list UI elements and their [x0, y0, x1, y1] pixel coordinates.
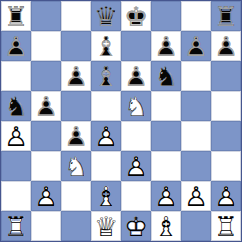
square-c4[interactable]: ♟♙	[61, 121, 91, 151]
square-c2[interactable]	[61, 181, 91, 211]
white-pawn-icon[interactable]: ♟♙	[1, 121, 31, 151]
square-b5[interactable]: ♟♙	[31, 91, 61, 121]
piece-detail: ♗	[91, 181, 121, 211]
square-b2[interactable]: ♟♙	[31, 181, 61, 211]
piece-detail: ♘	[61, 151, 91, 181]
square-a4[interactable]: ♟♙	[1, 121, 31, 151]
white-pawn-icon[interactable]: ♟♙	[181, 181, 211, 211]
square-b6[interactable]	[31, 61, 61, 91]
black-pawn-icon[interactable]: ♟♙	[31, 91, 61, 121]
square-a5[interactable]: ♞♘	[1, 91, 31, 121]
square-d4[interactable]: ♟♙	[91, 121, 121, 151]
piece-detail: ♔	[121, 211, 151, 241]
square-e3[interactable]: ♟♙	[121, 151, 151, 181]
black-pawn-icon[interactable]: ♟♙	[121, 61, 151, 91]
piece-detail: ♙	[151, 31, 181, 61]
square-g3[interactable]	[181, 151, 211, 181]
square-h3[interactable]	[211, 151, 241, 181]
black-bishop-icon[interactable]: ♝♗	[91, 61, 121, 91]
piece-detail: ♙	[31, 91, 61, 121]
piece-detail: ♙	[121, 151, 151, 181]
square-d3[interactable]	[91, 151, 121, 181]
black-bishop-icon[interactable]: ♝♗	[91, 31, 121, 61]
white-queen-icon[interactable]: ♛♕	[91, 211, 121, 241]
piece-detail: ♙	[181, 31, 211, 61]
white-pawn-icon[interactable]: ♟♙	[211, 181, 241, 211]
white-knight-icon[interactable]: ♞♘	[61, 151, 91, 181]
black-knight-icon[interactable]: ♞♘	[1, 91, 31, 121]
square-a6[interactable]	[1, 61, 31, 91]
square-a3[interactable]	[1, 151, 31, 181]
square-a2[interactable]	[1, 181, 31, 211]
black-pawn-icon[interactable]: ♟♙	[181, 31, 211, 61]
square-h4[interactable]	[211, 121, 241, 151]
piece-detail: ♖	[1, 211, 31, 241]
piece-detail: ♖	[211, 211, 241, 241]
square-e6[interactable]: ♟♙	[121, 61, 151, 91]
piece-detail: ♕	[91, 1, 121, 31]
white-pawn-icon[interactable]: ♟♙	[91, 121, 121, 151]
piece-detail: ♔	[121, 1, 151, 31]
piece-detail: ♙	[211, 31, 241, 61]
square-f7[interactable]: ♟♙	[151, 31, 181, 61]
square-d6[interactable]: ♝♗	[91, 61, 121, 91]
white-rook-icon[interactable]: ♜♖	[1, 211, 31, 241]
white-pawn-icon[interactable]: ♟♙	[31, 181, 61, 211]
square-g5[interactable]	[181, 91, 211, 121]
piece-detail: ♗	[91, 61, 121, 91]
piece-detail: ♘	[151, 61, 181, 91]
piece-detail: ♙	[61, 121, 91, 151]
square-g8[interactable]	[181, 1, 211, 31]
square-b8[interactable]	[31, 1, 61, 31]
square-e1[interactable]: ♚♔	[121, 211, 151, 241]
square-e2[interactable]	[121, 181, 151, 211]
square-b7[interactable]	[31, 31, 61, 61]
square-a7[interactable]: ♟♙	[1, 31, 31, 61]
white-pawn-icon[interactable]: ♟♙	[151, 181, 181, 211]
square-b3[interactable]	[31, 151, 61, 181]
black-rook-icon[interactable]: ♜♖	[1, 1, 31, 31]
square-g7[interactable]: ♟♙	[181, 31, 211, 61]
piece-detail: ♕	[91, 211, 121, 241]
square-d2[interactable]: ♝♗	[91, 181, 121, 211]
white-knight-icon[interactable]: ♞♘	[121, 91, 151, 121]
black-pawn-icon[interactable]: ♟♙	[61, 121, 91, 151]
white-bishop-icon[interactable]: ♝♗	[91, 181, 121, 211]
square-e7[interactable]	[121, 31, 151, 61]
piece-detail: ♙	[1, 31, 31, 61]
black-pawn-icon[interactable]: ♟♙	[61, 61, 91, 91]
black-rook-icon[interactable]: ♜♖	[211, 1, 241, 31]
square-d1[interactable]: ♛♕	[91, 211, 121, 241]
square-g6[interactable]	[181, 61, 211, 91]
square-d5[interactable]	[91, 91, 121, 121]
square-e4[interactable]	[121, 121, 151, 151]
square-a1[interactable]: ♜♖	[1, 211, 31, 241]
piece-detail: ♖	[1, 1, 31, 31]
square-g1[interactable]	[181, 211, 211, 241]
square-g4[interactable]	[181, 121, 211, 151]
black-knight-icon[interactable]: ♞♘	[151, 61, 181, 91]
piece-detail: ♘	[121, 91, 151, 121]
square-f6[interactable]: ♞♘	[151, 61, 181, 91]
square-d8[interactable]: ♛♕	[91, 1, 121, 31]
square-c8[interactable]	[61, 1, 91, 31]
piece-detail: ♘	[1, 91, 31, 121]
square-f1[interactable]: ♝♗	[151, 211, 181, 241]
square-h2[interactable]: ♟♙	[211, 181, 241, 211]
white-bishop-icon[interactable]: ♝♗	[151, 211, 181, 241]
square-e5[interactable]: ♞♘	[121, 91, 151, 121]
square-f5[interactable]	[151, 91, 181, 121]
piece-detail: ♙	[91, 121, 121, 151]
square-g2[interactable]: ♟♙	[181, 181, 211, 211]
square-a8[interactable]: ♜♖	[1, 1, 31, 31]
square-e8[interactable]: ♚♔	[121, 1, 151, 31]
black-queen-icon[interactable]: ♛♕	[91, 1, 121, 31]
piece-detail: ♙	[61, 61, 91, 91]
white-rook-icon[interactable]: ♜♖	[211, 211, 241, 241]
black-pawn-icon[interactable]: ♟♙	[1, 31, 31, 61]
black-king-icon[interactable]: ♚♔	[121, 1, 151, 31]
square-c1[interactable]	[61, 211, 91, 241]
chess-board: ♜♖♛♕♚♔♜♖♟♙♝♗♟♙♟♙♟♙♟♙♝♗♟♙♞♘♞♘♟♙♞♘♟♙♟♙♟♙♞♘…	[0, 0, 242, 242]
black-pawn-icon[interactable]: ♟♙	[151, 31, 181, 61]
square-h5[interactable]	[211, 91, 241, 121]
square-f2[interactable]: ♟♙	[151, 181, 181, 211]
piece-detail: ♙	[31, 181, 61, 211]
black-pawn-icon[interactable]: ♟♙	[211, 31, 241, 61]
square-c6[interactable]: ♟♙	[61, 61, 91, 91]
square-b4[interactable]	[31, 121, 61, 151]
square-c3[interactable]: ♞♘	[61, 151, 91, 181]
square-f3[interactable]	[151, 151, 181, 181]
square-b1[interactable]	[31, 211, 61, 241]
square-d7[interactable]: ♝♗	[91, 31, 121, 61]
square-h7[interactable]: ♟♙	[211, 31, 241, 61]
square-h1[interactable]: ♜♖	[211, 211, 241, 241]
piece-detail: ♙	[181, 181, 211, 211]
white-pawn-icon[interactable]: ♟♙	[121, 151, 151, 181]
square-f4[interactable]	[151, 121, 181, 151]
square-c7[interactable]	[61, 31, 91, 61]
piece-detail: ♙	[211, 181, 241, 211]
square-f8[interactable]	[151, 1, 181, 31]
piece-detail: ♙	[151, 181, 181, 211]
piece-detail: ♗	[151, 211, 181, 241]
white-king-icon[interactable]: ♚♔	[121, 211, 151, 241]
piece-detail: ♗	[91, 31, 121, 61]
piece-detail: ♖	[211, 1, 241, 31]
square-h6[interactable]	[211, 61, 241, 91]
piece-detail: ♙	[121, 61, 151, 91]
piece-detail: ♙	[1, 121, 31, 151]
square-c5[interactable]	[61, 91, 91, 121]
square-h8[interactable]: ♜♖	[211, 1, 241, 31]
